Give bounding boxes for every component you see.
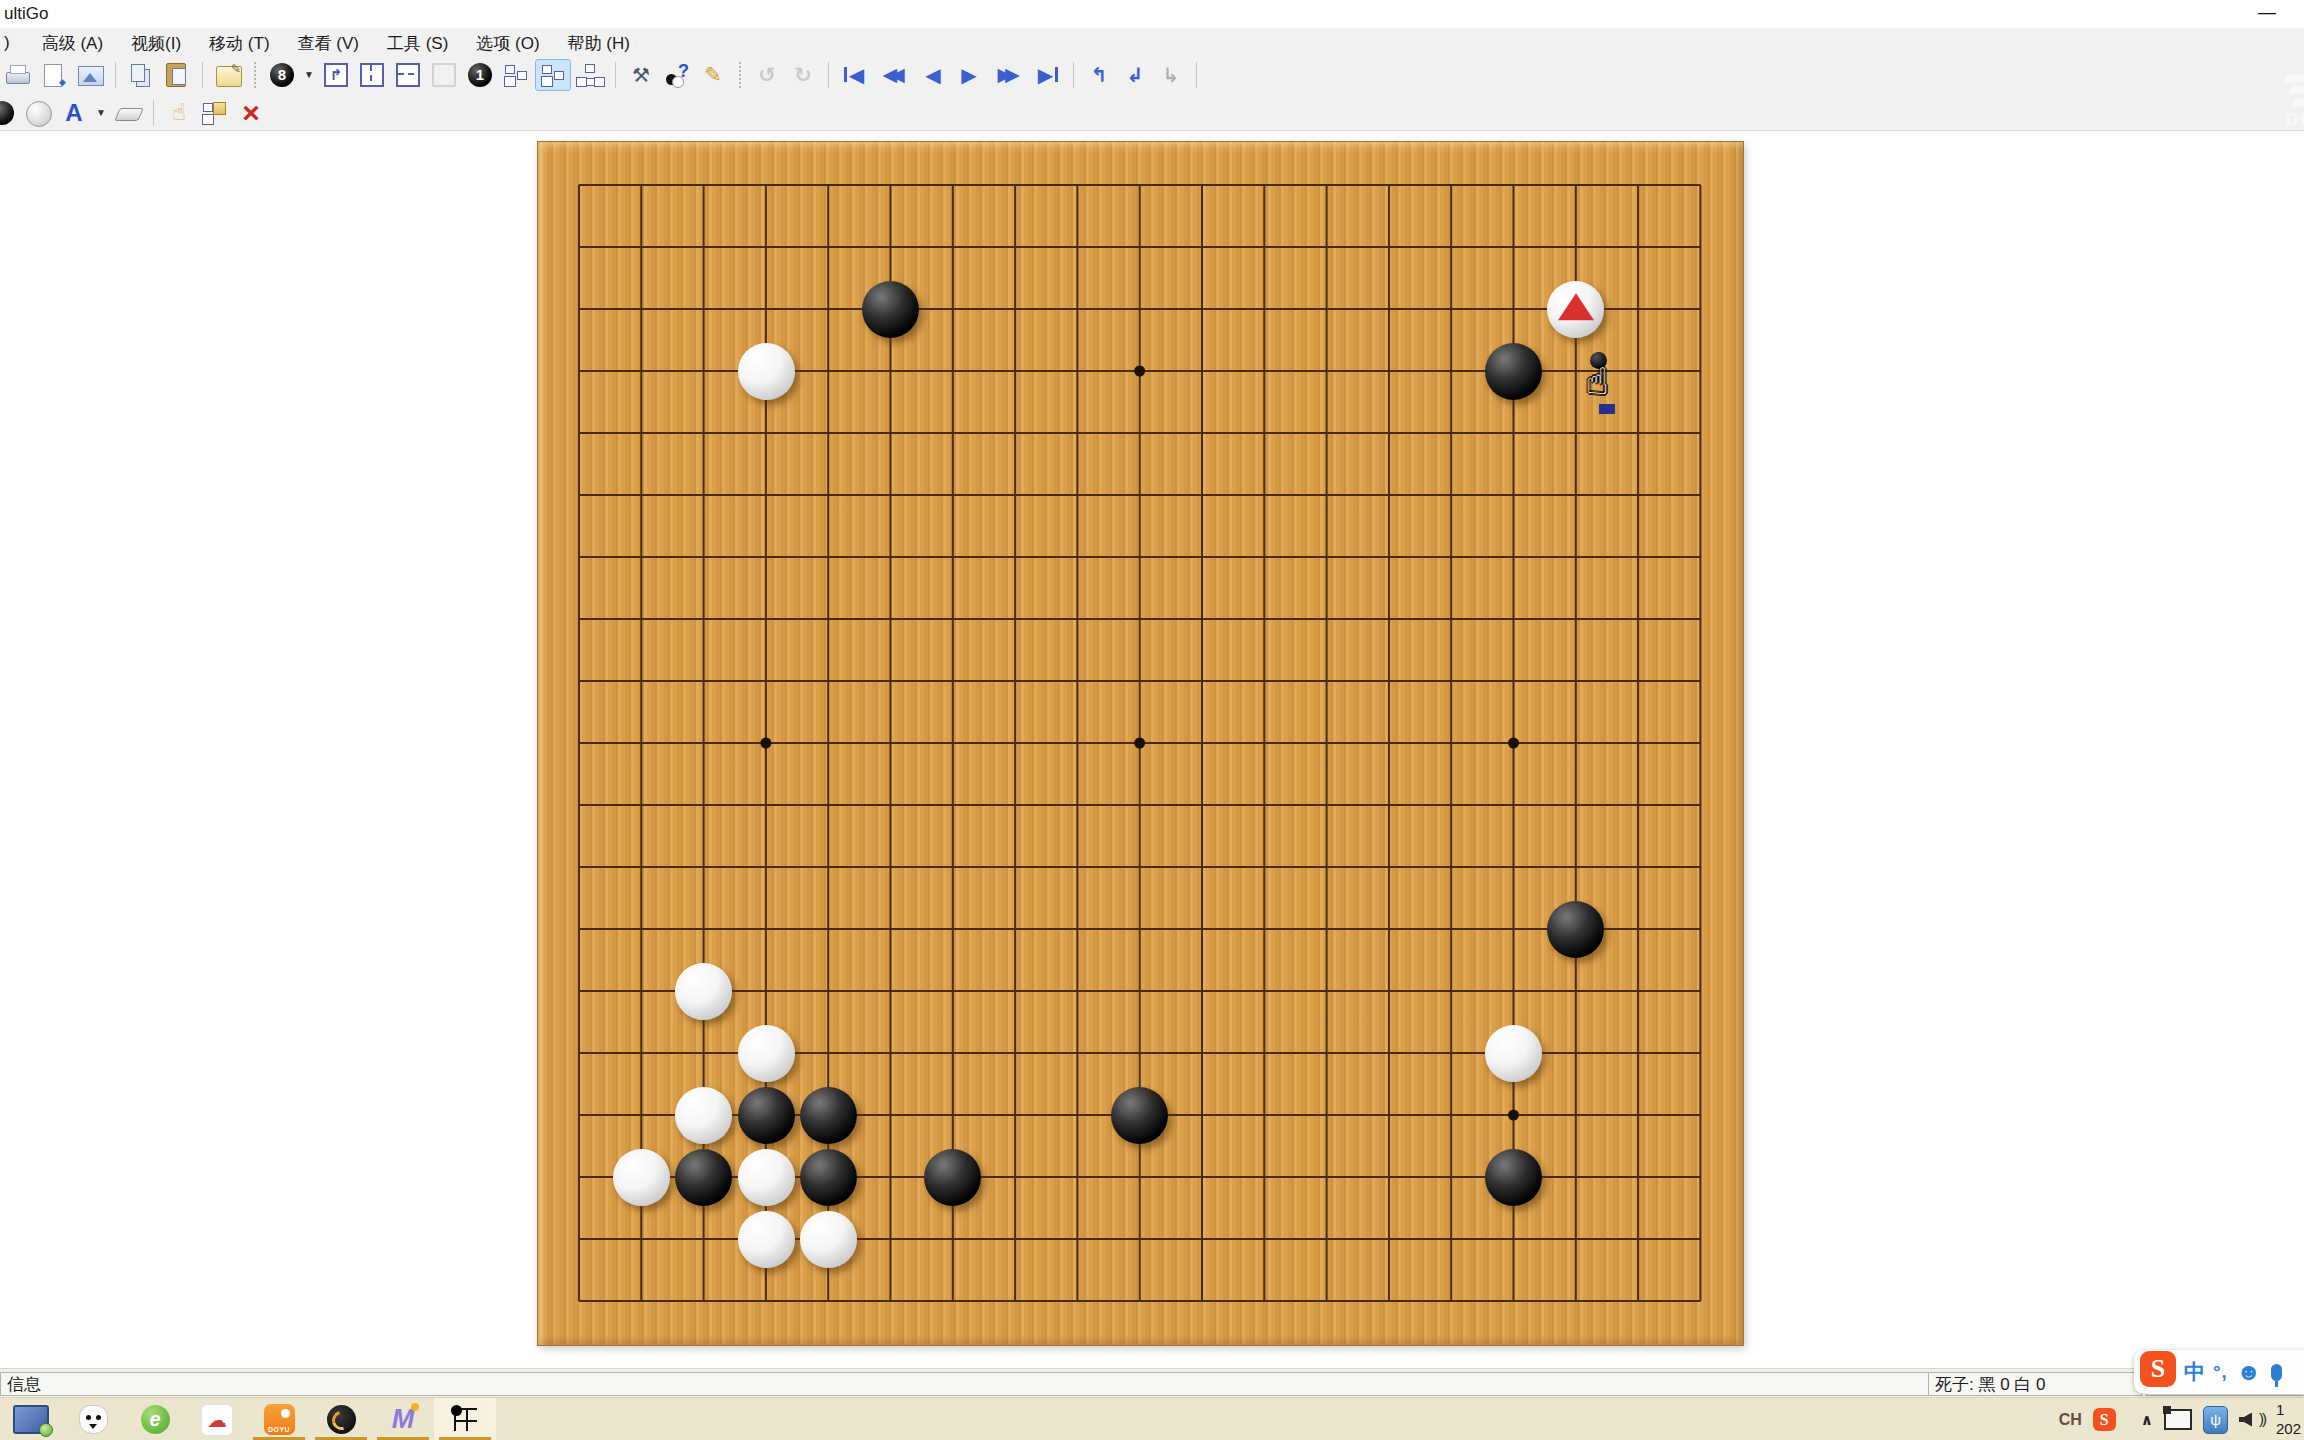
sogou-ime-bar[interactable]: S 中 °, ☻ [2134,1350,2304,1394]
title-bar: ultiGo — [0,0,2304,28]
menu-item-1[interactable]: 高级 (A) [28,30,117,57]
douyu-icon: DOYU [264,1404,295,1435]
up-to-parent-icon: ↰ [1091,63,1108,87]
white-stone-cp [675,1087,732,1144]
menu-item-5[interactable]: 工具 (S) [373,30,462,57]
watermark-bar [2284,74,2304,82]
place-black-stone-button[interactable] [0,98,19,128]
rotate-right-icon: ↻ [794,63,812,87]
jump-box-button[interactable]: ↱ [319,60,353,90]
fast-backward-button[interactable]: ◀◀ [873,60,914,90]
pan-hand-tool-button[interactable]: ☝ [162,98,196,128]
meitu-label: M [392,1404,415,1435]
hidden-icons-chevron[interactable]: ∧ [2141,1411,2153,1429]
label-tool-icon: A [65,99,82,127]
browser-e-icon: e [141,1405,170,1434]
tree-view-button[interactable] [499,60,533,90]
toolbar-main: 8▼↱1⚒?✎↺↻◀◀◀◀▶▶▶▶↰↲↳#●←→ [0,56,1200,93]
cloud-app-label: ☁ [207,1408,227,1432]
label-tool-button[interactable]: A [57,98,91,128]
toolbar-separator [202,62,203,88]
move-number-stone-button[interactable]: 8 [265,60,299,90]
show-move-1-icon: 1 [476,66,484,83]
status-captures: 死子: 黑 0 白 0 [1928,1372,2142,1396]
pan-hand-tool-icon: ☝ [172,99,186,126]
minimize-button[interactable]: — [2258,2,2276,23]
sogou-tray-icon[interactable]: S [2093,1408,2116,1431]
ime-punctuation-icon[interactable]: °, [2213,1361,2228,1383]
guess-move-icon: ? [678,61,689,82]
white-stone-qc [1547,281,1604,338]
toolbar-edit: A▼☝× [0,94,400,131]
taskbar-app-douyu[interactable]: DOYU [248,1398,310,1440]
media-player-icon [327,1405,356,1434]
print-preview-button[interactable] [37,60,71,90]
menu-toolbar-area: )高级 (A)视频(I)移动 (T)查看 (V)工具 (S)选项 (O)帮助 (… [0,28,2304,131]
taskbar-clock[interactable]: 1 202 [2276,1401,2304,1439]
label-dropdown-icon: ▼ [96,107,106,118]
taskbar-app-foobar2000[interactable] [62,1398,124,1440]
ime-microphone-icon[interactable] [2271,1364,2282,1381]
system-tray: CH S ∧ ψ 1 202 [2059,1398,2304,1440]
toolbar-separator [615,62,616,88]
go-first-move-icon: ◀ [849,63,864,87]
eraser-tool-button[interactable] [111,98,145,128]
foobar2000-icon [79,1405,108,1434]
taskbar-apps: e☁DOYUM [0,1398,496,1440]
watermark-bar [2288,86,2304,94]
menu-item-6[interactable]: 选项 (O) [462,30,553,57]
previous-variation-icon: ↲ [1127,63,1144,87]
place-white-stone-button[interactable] [21,98,55,128]
taskbar-app-cloud-app[interactable]: ☁ [186,1398,248,1440]
taskbar-app-browser-e[interactable]: e [124,1398,186,1440]
white-stone-er [800,1211,857,1268]
previous-variation-button[interactable]: ↲ [1118,60,1152,90]
taskbar-app-multigo[interactable] [434,1398,496,1440]
copy-button[interactable] [124,60,158,90]
next-variation-button[interactable]: ↳ [1154,60,1188,90]
game-info-button[interactable] [211,60,245,90]
douyu-label: DOYU [264,1426,295,1433]
rotate-left-icon: ↺ [758,63,776,87]
move-number-stone-icon: 8 [278,66,286,83]
douyu-watermark: DOU [2286,70,2304,130]
usb-icon[interactable]: ψ [2203,1406,2228,1434]
delete-node-button[interactable]: × [234,98,268,128]
up-to-parent-button[interactable]: ↰ [1082,60,1116,90]
watermark-bar [2292,98,2304,106]
menu-item-7[interactable]: 帮助 (H) [554,30,644,57]
fast-forward-button[interactable]: ▶▶ [988,60,1029,90]
step-forward-button[interactable]: ▶ [952,60,986,90]
menu-item-0[interactable]: ) [4,31,28,55]
white-stone-po [1485,1025,1542,1082]
guess-move-button[interactable]: ? [660,60,694,90]
network-icon[interactable] [2164,1409,2192,1430]
clock-time: 1 [2276,1401,2284,1418]
black-stone-fc [862,281,919,338]
black-stone-gq [924,1149,981,1206]
split-vertical-button[interactable] [355,60,389,90]
black-stone-qm [1547,901,1604,958]
window-title: ultiGo [4,4,48,24]
toolbar-separator [1196,62,1197,88]
clock-date: 202 [2276,1420,2301,1437]
stones-layer [548,154,1732,1332]
toolbar-separator [115,62,116,88]
black-stone-eq [800,1149,857,1206]
go-last-move-icon: ▶ [1038,63,1053,87]
computer-icon [13,1405,49,1434]
label-dropdown-button[interactable]: ▼ [93,98,109,128]
toolbar-separator [739,62,741,88]
step-forward-icon: ▶ [961,63,976,87]
white-stone-dr [738,1211,795,1268]
fast-forward-icon: ▶▶ [997,63,1012,86]
sogou-logo-icon[interactable]: S [2140,1351,2176,1387]
move-number-dropdown-icon: ▼ [304,69,314,80]
black-stone-jp [1111,1087,1168,1144]
toolbar-separator [254,62,256,88]
rotate-right-button[interactable]: ↻ [786,60,820,90]
multigo-icon [450,1404,481,1435]
white-stone-dd [738,343,795,400]
browser-e-label: e [149,1408,160,1431]
ime-language-icon[interactable]: 中 [2184,1358,2205,1386]
split-horizontal-button[interactable] [391,60,425,90]
taskbar-app-media-player[interactable] [310,1398,372,1440]
move-number-dropdown-button[interactable]: ▼ [301,60,317,90]
step-backward-icon: ◀ [925,63,940,87]
black-stone-cq [675,1149,732,1206]
edit-brush-icon: ✎ [704,63,722,87]
speaker-icon[interactable] [2239,1410,2265,1430]
next-variation-icon: ↳ [1163,63,1180,87]
delete-node-icon: × [242,101,260,125]
black-stone-ep [800,1087,857,1144]
step-backward-button[interactable]: ◀ [916,60,950,90]
paste-node-button[interactable] [198,98,232,128]
tools-button[interactable]: ⚒ [624,60,658,90]
white-stone-dq [738,1149,795,1206]
toolbar-separator [828,62,829,88]
split-none-button[interactable] [427,60,461,90]
fast-backward-icon: ◀◀ [882,63,897,86]
print-button[interactable] [1,60,35,90]
meitu-icon: M [392,1404,415,1435]
screen: ultiGo — )高级 (A)视频(I)移动 (T)查看 (V)工具 (S)选… [0,0,2304,1440]
menu-bar: )高级 (A)视频(I)移动 (T)查看 (V)工具 (S)选项 (O)帮助 (… [0,30,644,56]
watermark-text: DOU [2286,110,2304,130]
toolbar-separator [1073,62,1074,88]
triangle-marker [1558,293,1594,320]
go-first-move-button[interactable]: ◀ [837,60,871,90]
menu-item-3[interactable]: 移动 (T) [195,30,283,57]
edit-brush-button[interactable]: ✎ [696,60,730,90]
tree-current-node-button[interactable] [535,59,571,91]
rotate-left-button[interactable]: ↺ [750,60,784,90]
white-stone-do [738,1025,795,1082]
menu-item-4[interactable]: 查看 (V) [284,30,373,57]
language-indicator[interactable]: CH [2059,1411,2082,1429]
taskbar-app-computer[interactable] [0,1398,62,1440]
paste-button[interactable] [160,60,194,90]
export-image-button[interactable] [73,60,107,90]
ime-emoji-icon[interactable]: ☻ [2236,1358,2261,1386]
toolbar-separator [153,100,154,126]
taskbar: e☁DOYUM CH S ∧ ψ 1 202 [0,1397,2304,1440]
status-bar: 信息 死子: 黑 0 白 0 当前落子: 2 ( [0,1368,2304,1398]
tree-structure-button[interactable] [573,60,607,90]
tools-icon: ⚒ [632,63,650,87]
go-last-move-button[interactable]: ▶ [1031,60,1065,90]
black-stone-pd [1485,343,1542,400]
black-stone-dp [738,1087,795,1144]
black-stone-pq [1485,1149,1542,1206]
status-info: 信息 [0,1372,1930,1396]
taskbar-app-meitu[interactable]: M [372,1398,434,1440]
menu-item-2[interactable]: 视频(I) [117,30,195,57]
cloud-app-icon: ☁ [201,1404,233,1436]
white-stone-cn [675,963,732,1020]
go-board[interactable] [537,141,1744,1346]
show-move-1-button[interactable]: 1 [463,60,497,90]
jump-box-icon: ↱ [330,66,343,84]
white-stone-bq [613,1149,670,1206]
